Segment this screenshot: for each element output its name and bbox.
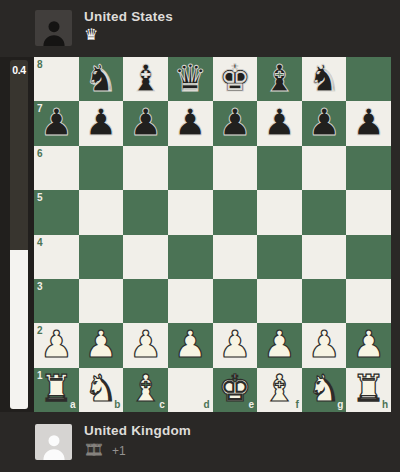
square-c5[interactable] <box>123 190 168 234</box>
square-b3[interactable] <box>79 279 124 323</box>
square-g1[interactable]: g♞ <box>302 368 347 412</box>
square-h5[interactable] <box>346 190 391 234</box>
piece-wk-e1[interactable]: ♚ <box>218 370 251 407</box>
piece-bp-g7[interactable]: ♟ <box>307 104 340 141</box>
square-e8[interactable]: ♚ <box>213 57 258 101</box>
square-f4[interactable] <box>257 235 302 279</box>
square-d5[interactable] <box>168 190 213 234</box>
piece-bp-b7[interactable]: ♟ <box>84 104 117 141</box>
piece-wr-h1[interactable]: ♜ <box>352 370 385 407</box>
piece-wp-a2[interactable]: ♟ <box>40 326 73 363</box>
square-f3[interactable] <box>257 279 302 323</box>
square-f8[interactable]: ♝ <box>257 57 302 101</box>
eval-sidebar: 0.4 <box>0 57 34 412</box>
eval-bar-white-fill <box>10 250 28 409</box>
player-bar-bottom: United Kingdom ♜♜ +1 <box>0 412 400 472</box>
square-c1[interactable]: c♝ <box>123 368 168 412</box>
square-g6[interactable] <box>302 146 347 190</box>
rank-label-8: 8 <box>37 60 43 70</box>
square-a6[interactable]: 6 <box>34 146 79 190</box>
player-name-top: United States <box>84 9 173 24</box>
square-g8[interactable]: ♞ <box>302 57 347 101</box>
piece-bn-g8[interactable]: ♞ <box>307 60 340 97</box>
square-e4[interactable] <box>213 235 258 279</box>
square-g4[interactable] <box>302 235 347 279</box>
square-h3[interactable] <box>346 279 391 323</box>
rank-label-3: 3 <box>37 282 43 292</box>
square-e5[interactable] <box>213 190 258 234</box>
piece-bp-d7[interactable]: ♟ <box>174 104 207 141</box>
square-g5[interactable] <box>302 190 347 234</box>
piece-bn-b8[interactable]: ♞ <box>84 60 117 97</box>
square-e3[interactable] <box>213 279 258 323</box>
square-a4[interactable]: 4 <box>34 235 79 279</box>
square-f5[interactable] <box>257 190 302 234</box>
square-d1[interactable]: d <box>168 368 213 412</box>
captured-pieces-bottom: ♜♜ +1 <box>84 443 126 458</box>
square-g2[interactable]: ♟ <box>302 323 347 367</box>
player-name-bottom: United Kingdom <box>84 423 191 438</box>
square-h6[interactable] <box>346 146 391 190</box>
piece-bb-c8[interactable]: ♝ <box>129 60 162 97</box>
piece-wp-b2[interactable]: ♟ <box>84 326 117 363</box>
material-score: +1 <box>112 444 126 458</box>
piece-wn-g1[interactable]: ♞ <box>307 370 340 407</box>
piece-bk-e8[interactable]: ♚ <box>218 60 251 97</box>
square-b4[interactable] <box>79 235 124 279</box>
square-a5[interactable]: 5 <box>34 190 79 234</box>
square-c4[interactable] <box>123 235 168 279</box>
square-f2[interactable]: ♟ <box>257 323 302 367</box>
piece-wp-h2[interactable]: ♟ <box>352 326 385 363</box>
rank-label-5: 5 <box>37 193 43 203</box>
piece-bp-a7[interactable]: ♟ <box>40 104 73 141</box>
chess-app: United States ♛ 0.4 8♞♝♛♚♝♞7♟♟♟♟♟♟♟♟6543… <box>0 0 400 472</box>
square-a1[interactable]: 1a♜ <box>34 368 79 412</box>
piece-wb-f1[interactable]: ♝ <box>263 370 296 407</box>
piece-wp-c2[interactable]: ♟ <box>129 326 162 363</box>
square-g7[interactable]: ♟ <box>302 101 347 145</box>
square-c6[interactable] <box>123 146 168 190</box>
square-e7[interactable]: ♟ <box>213 101 258 145</box>
square-d6[interactable] <box>168 146 213 190</box>
square-c3[interactable] <box>123 279 168 323</box>
square-f6[interactable] <box>257 146 302 190</box>
captured-white-queen-icon: ♛ <box>84 27 98 43</box>
piece-bp-e7[interactable]: ♟ <box>218 104 251 141</box>
piece-wr-a1[interactable]: ♜ <box>40 370 73 407</box>
square-a3[interactable]: 3 <box>34 279 79 323</box>
piece-wp-g2[interactable]: ♟ <box>307 326 340 363</box>
square-a8[interactable]: 8 <box>34 57 79 101</box>
captured-pieces-top: ♛ <box>84 27 98 43</box>
rank-label-4: 4 <box>37 238 43 248</box>
player-bar-top: United States ♛ <box>0 0 400 57</box>
square-e6[interactable] <box>213 146 258 190</box>
person-icon <box>39 430 69 460</box>
square-h7[interactable]: ♟ <box>346 101 391 145</box>
square-g3[interactable] <box>302 279 347 323</box>
square-d3[interactable] <box>168 279 213 323</box>
piece-wn-b1[interactable]: ♞ <box>84 370 117 407</box>
square-d7[interactable]: ♟ <box>168 101 213 145</box>
piece-wp-d2[interactable]: ♟ <box>174 326 207 363</box>
piece-bp-h7[interactable]: ♟ <box>352 104 385 141</box>
piece-wp-e2[interactable]: ♟ <box>218 326 251 363</box>
square-h1[interactable]: h♜ <box>346 368 391 412</box>
eval-bar: 0.4 <box>10 60 28 409</box>
square-h4[interactable] <box>346 235 391 279</box>
piece-bq-d8[interactable]: ♛ <box>174 60 207 97</box>
person-icon <box>39 16 69 46</box>
square-a7[interactable]: 7♟ <box>34 101 79 145</box>
piece-wp-f2[interactable]: ♟ <box>263 326 296 363</box>
square-a2[interactable]: 2♟ <box>34 323 79 367</box>
square-d2[interactable]: ♟ <box>168 323 213 367</box>
chess-board[interactable]: 8♞♝♛♚♝♞7♟♟♟♟♟♟♟♟65432♟♟♟♟♟♟♟♟1a♜b♞c♝de♚f… <box>34 57 391 412</box>
square-h8[interactable] <box>346 57 391 101</box>
eval-score: 0.4 <box>10 64 28 76</box>
captured-black-rooks-icon: ♜♜ <box>84 443 104 458</box>
square-b5[interactable] <box>79 190 124 234</box>
square-d4[interactable] <box>168 235 213 279</box>
square-h2[interactable]: ♟ <box>346 323 391 367</box>
file-label-d: d <box>203 400 209 410</box>
square-b8[interactable]: ♞ <box>79 57 124 101</box>
square-c2[interactable]: ♟ <box>123 323 168 367</box>
square-b2[interactable]: ♟ <box>79 323 124 367</box>
avatar-top[interactable] <box>35 10 72 46</box>
avatar-bottom[interactable] <box>35 424 72 460</box>
piece-bp-c7[interactable]: ♟ <box>129 104 162 141</box>
square-c8[interactable]: ♝ <box>123 57 168 101</box>
square-d8[interactable]: ♛ <box>168 57 213 101</box>
square-f7[interactable]: ♟ <box>257 101 302 145</box>
square-b7[interactable]: ♟ <box>79 101 124 145</box>
square-b1[interactable]: b♞ <box>79 368 124 412</box>
piece-bp-f7[interactable]: ♟ <box>263 104 296 141</box>
square-e2[interactable]: ♟ <box>213 323 258 367</box>
piece-wb-c1[interactable]: ♝ <box>129 370 162 407</box>
square-b6[interactable] <box>79 146 124 190</box>
square-e1[interactable]: e♚ <box>213 368 258 412</box>
square-c7[interactable]: ♟ <box>123 101 168 145</box>
piece-bb-f8[interactable]: ♝ <box>263 60 296 97</box>
rank-label-6: 6 <box>37 149 43 159</box>
square-f1[interactable]: f♝ <box>257 368 302 412</box>
